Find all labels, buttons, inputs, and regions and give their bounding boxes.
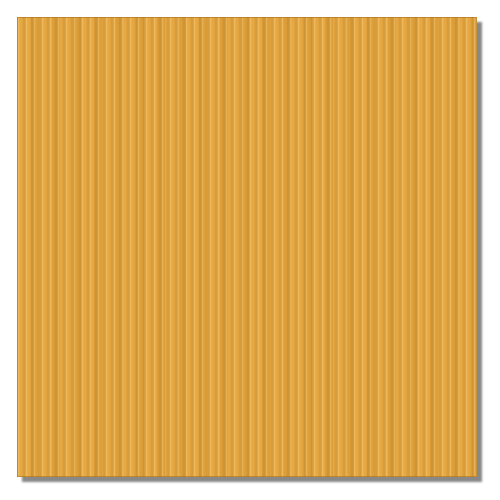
go-board[interactable] [17, 17, 477, 477]
go-diagram [0, 0, 500, 500]
